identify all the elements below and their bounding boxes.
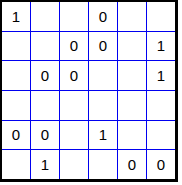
cell-r6c3[interactable]	[60, 150, 88, 179]
puzzle-grid: 10001001001100	[2, 2, 175, 179]
cell-r4c3[interactable]	[60, 91, 88, 120]
cell-r4c6[interactable]	[147, 91, 175, 120]
cell-r1c5[interactable]	[118, 2, 146, 31]
cell-r2c6: 1	[147, 32, 175, 61]
cell-r5c5[interactable]	[118, 121, 146, 150]
cell-r6c4[interactable]	[89, 150, 117, 179]
cell-r4c1[interactable]	[2, 91, 30, 120]
screenshot-canvas: 10001001001100	[0, 0, 182, 185]
cell-r2c1[interactable]	[2, 32, 30, 61]
cell-r2c4: 0	[89, 32, 117, 61]
cell-r3c2: 0	[31, 61, 59, 90]
cell-r2c2[interactable]	[31, 32, 59, 61]
cell-r3c3: 0	[60, 61, 88, 90]
cell-r6c5: 0	[118, 150, 146, 179]
cell-r4c2[interactable]	[31, 91, 59, 120]
cell-r1c4: 0	[89, 2, 117, 31]
cell-r2c3: 0	[60, 32, 88, 61]
cell-r1c6[interactable]	[147, 2, 175, 31]
cell-r1c3[interactable]	[60, 2, 88, 31]
cell-r5c1: 0	[2, 121, 30, 150]
cell-r5c3[interactable]	[60, 121, 88, 150]
cell-r3c5[interactable]	[118, 61, 146, 90]
binairo-board: 10001001001100	[0, 0, 178, 182]
cell-r5c4: 1	[89, 121, 117, 150]
cell-r4c4[interactable]	[89, 91, 117, 120]
cell-r5c2: 0	[31, 121, 59, 150]
cell-r3c6: 1	[147, 61, 175, 90]
cell-r1c2[interactable]	[31, 2, 59, 31]
cell-r2c5[interactable]	[118, 32, 146, 61]
cell-r6c6: 0	[147, 150, 175, 179]
cell-r3c1[interactable]	[2, 61, 30, 90]
cell-r5c6[interactable]	[147, 121, 175, 150]
cell-r6c1[interactable]	[2, 150, 30, 179]
cell-r6c2: 1	[31, 150, 59, 179]
cell-r4c5[interactable]	[118, 91, 146, 120]
cell-r1c1: 1	[2, 2, 30, 31]
cell-r3c4[interactable]	[89, 61, 117, 90]
